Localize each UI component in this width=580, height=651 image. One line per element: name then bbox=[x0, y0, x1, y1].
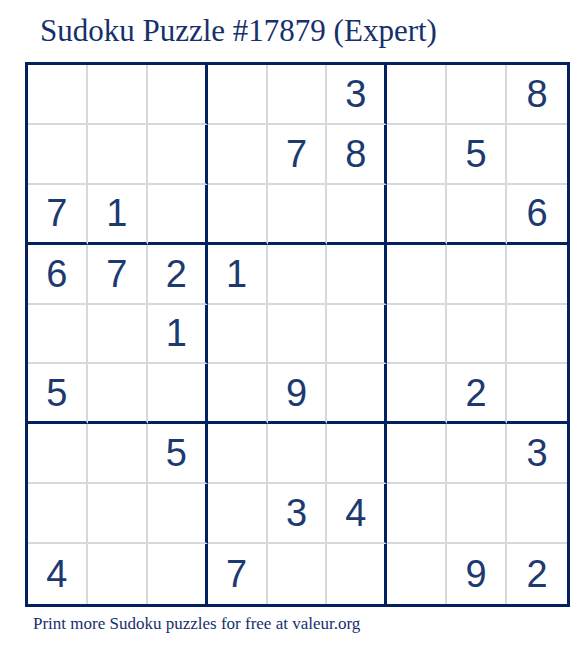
sudoku-cell-given: 1 bbox=[208, 245, 268, 305]
sudoku-cell-empty bbox=[447, 245, 507, 305]
sudoku-cell-empty bbox=[268, 185, 328, 245]
sudoku-cell-empty bbox=[148, 185, 208, 245]
sudoku-cell-empty bbox=[387, 544, 447, 604]
sudoku-cell-empty bbox=[507, 245, 567, 305]
sudoku-cell-given: 9 bbox=[268, 364, 328, 424]
sudoku-cell-empty bbox=[28, 65, 88, 125]
sudoku-cell-empty bbox=[208, 484, 268, 544]
sudoku-cell-given: 7 bbox=[28, 185, 88, 245]
sudoku-cell-empty bbox=[327, 305, 387, 365]
sudoku-cell-empty bbox=[507, 484, 567, 544]
page-title: Sudoku Puzzle #17879 (Expert) bbox=[40, 13, 437, 49]
sudoku-cell-empty bbox=[208, 305, 268, 365]
sudoku-cell-empty bbox=[387, 484, 447, 544]
sudoku-cell-given: 3 bbox=[268, 484, 328, 544]
sudoku-cell-empty bbox=[387, 305, 447, 365]
sudoku-cell-given: 8 bbox=[507, 65, 567, 125]
sudoku-cell-given: 9 bbox=[447, 544, 507, 604]
sudoku-cell-empty bbox=[447, 484, 507, 544]
sudoku-cell-empty bbox=[28, 424, 88, 484]
sudoku-cell-given: 7 bbox=[208, 544, 268, 604]
sudoku-cell-empty bbox=[148, 125, 208, 185]
sudoku-cell-empty bbox=[387, 245, 447, 305]
footer-text: Print more Sudoku puzzles for free at va… bbox=[33, 614, 360, 634]
sudoku-cell-empty bbox=[507, 125, 567, 185]
sudoku-cell-empty bbox=[447, 305, 507, 365]
sudoku-print-page: Sudoku Puzzle #17879 (Expert) 3878571667… bbox=[0, 0, 580, 651]
sudoku-cell-given: 6 bbox=[507, 185, 567, 245]
sudoku-cell-empty bbox=[387, 125, 447, 185]
sudoku-cell-empty bbox=[28, 484, 88, 544]
sudoku-cell-given: 4 bbox=[327, 484, 387, 544]
sudoku-cell-empty bbox=[327, 544, 387, 604]
sudoku-cell-empty bbox=[327, 245, 387, 305]
sudoku-cell-empty bbox=[327, 364, 387, 424]
sudoku-cell-empty bbox=[327, 185, 387, 245]
sudoku-cell-empty bbox=[507, 305, 567, 365]
sudoku-cell-empty bbox=[268, 65, 328, 125]
sudoku-cell-given: 8 bbox=[327, 125, 387, 185]
sudoku-cell-empty bbox=[507, 364, 567, 424]
sudoku-cell-empty bbox=[447, 65, 507, 125]
sudoku-cell-empty bbox=[28, 125, 88, 185]
sudoku-cell-empty bbox=[28, 305, 88, 365]
sudoku-cell-empty bbox=[447, 424, 507, 484]
sudoku-cell-empty bbox=[387, 185, 447, 245]
sudoku-cell-given: 3 bbox=[327, 65, 387, 125]
sudoku-cell-empty bbox=[148, 544, 208, 604]
sudoku-cell-given: 7 bbox=[88, 245, 148, 305]
sudoku-cell-given: 1 bbox=[148, 305, 208, 365]
sudoku-cell-empty bbox=[268, 424, 328, 484]
sudoku-cell-given: 1 bbox=[88, 185, 148, 245]
sudoku-cell-empty bbox=[268, 305, 328, 365]
sudoku-cell-given: 7 bbox=[268, 125, 328, 185]
sudoku-cell-empty bbox=[88, 424, 148, 484]
sudoku-cell-empty bbox=[148, 65, 208, 125]
sudoku-cell-empty bbox=[208, 185, 268, 245]
sudoku-cell-empty bbox=[88, 65, 148, 125]
sudoku-cell-empty bbox=[387, 364, 447, 424]
sudoku-cell-given: 3 bbox=[507, 424, 567, 484]
sudoku-cell-empty bbox=[447, 185, 507, 245]
sudoku-cell-empty bbox=[88, 125, 148, 185]
sudoku-cell-given: 5 bbox=[148, 424, 208, 484]
sudoku-cell-empty bbox=[327, 424, 387, 484]
sudoku-cell-given: 4 bbox=[28, 544, 88, 604]
sudoku-cell-given: 2 bbox=[507, 544, 567, 604]
sudoku-cell-given: 6 bbox=[28, 245, 88, 305]
sudoku-cell-empty bbox=[268, 544, 328, 604]
sudoku-cell-empty bbox=[268, 245, 328, 305]
sudoku-cell-empty bbox=[88, 544, 148, 604]
sudoku-cell-given: 5 bbox=[447, 125, 507, 185]
sudoku-cell-empty bbox=[208, 65, 268, 125]
sudoku-board: 387857166721159253344792 bbox=[25, 62, 570, 607]
sudoku-cell-given: 5 bbox=[28, 364, 88, 424]
sudoku-cell-given: 2 bbox=[447, 364, 507, 424]
sudoku-cell-empty bbox=[208, 364, 268, 424]
sudoku-cell-empty bbox=[88, 484, 148, 544]
sudoku-cell-given: 2 bbox=[148, 245, 208, 305]
sudoku-cell-empty bbox=[208, 125, 268, 185]
sudoku-cell-empty bbox=[387, 65, 447, 125]
sudoku-cell-empty bbox=[88, 305, 148, 365]
sudoku-cell-empty bbox=[148, 364, 208, 424]
sudoku-cell-empty bbox=[88, 364, 148, 424]
sudoku-cell-empty bbox=[148, 484, 208, 544]
sudoku-cell-empty bbox=[387, 424, 447, 484]
sudoku-cell-empty bbox=[208, 424, 268, 484]
